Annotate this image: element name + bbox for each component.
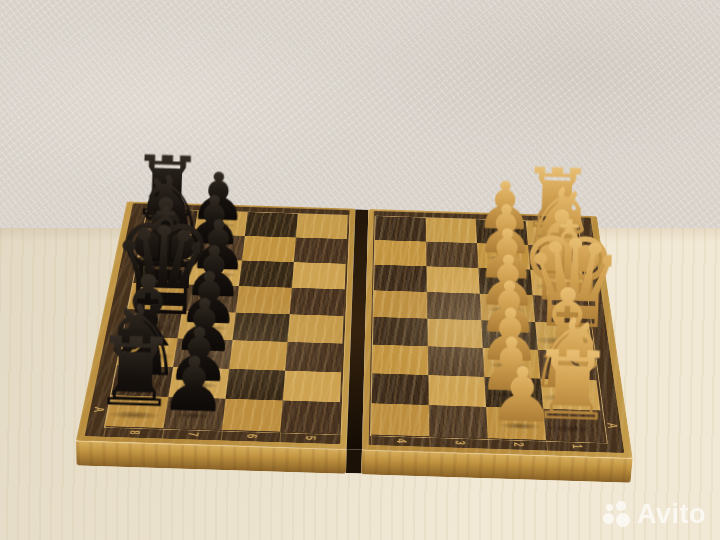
black-rook-a8: ♜ <box>85 324 185 422</box>
square-h6 <box>245 212 298 237</box>
square-f4 <box>374 265 427 292</box>
square-f5 <box>292 262 346 289</box>
square-h5 <box>296 214 348 239</box>
white-pawn-a2: ♟ <box>472 356 571 434</box>
board-hinge-gap-edge <box>346 449 362 473</box>
avito-watermark: Avito <box>603 499 706 530</box>
square-g5 <box>294 238 347 264</box>
square-e5 <box>290 288 345 316</box>
square-g3 <box>426 242 478 268</box>
avito-watermark-text: Avito <box>637 499 706 530</box>
square-g6 <box>242 236 296 262</box>
square-h3 <box>426 218 477 243</box>
square-h2 <box>476 219 528 244</box>
square-g4 <box>375 240 427 266</box>
chess-board: 8765A 4321A ♜♟♟♜♞♟♟♞♝♟♟♝♚♟♟♚♛♟♟♛♝♟♟♝♞♟♟♞… <box>76 201 633 458</box>
square-h4 <box>375 216 426 241</box>
photo-scene: 8765A 4321A ♜♟♟♜♞♟♟♞♝♟♟♝♚♟♟♚♛♟♟♛♝♟♟♝♞♟♟♞… <box>0 0 720 540</box>
avito-logo-icon <box>603 501 630 528</box>
square-e4 <box>374 290 428 318</box>
